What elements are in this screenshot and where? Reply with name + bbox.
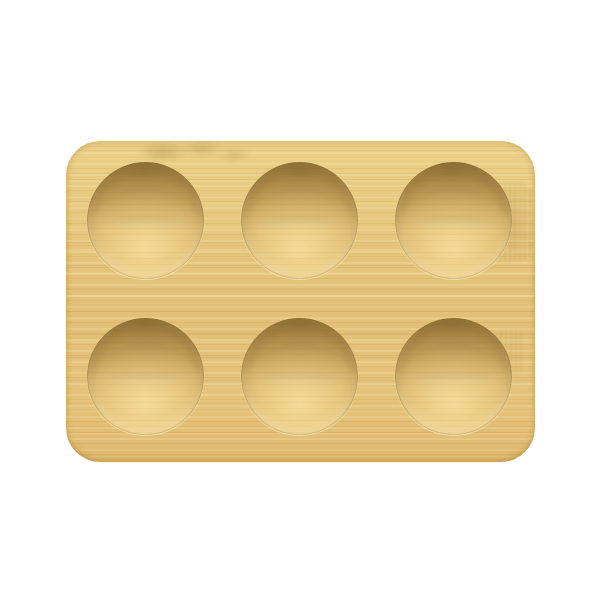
pit-r1-c2[interactable] xyxy=(241,162,358,279)
pit-r2-c1[interactable] xyxy=(87,318,204,435)
pit-r1-c1[interactable] xyxy=(87,162,204,279)
pit-r2-c3[interactable] xyxy=(395,318,512,435)
pit-r1-c3[interactable] xyxy=(395,162,512,279)
pit-r2-c2[interactable] xyxy=(241,318,358,435)
mancala-board xyxy=(66,141,535,462)
pit-grid xyxy=(66,141,535,462)
product-photo-canvas xyxy=(0,0,600,600)
